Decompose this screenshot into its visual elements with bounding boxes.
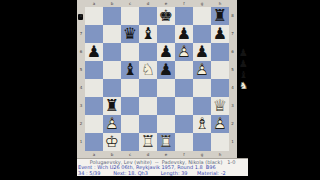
file-label-d: d bbox=[139, 0, 157, 7]
file-label-c: c bbox=[121, 151, 139, 158]
square-g8[interactable] bbox=[193, 7, 211, 25]
square-h5[interactable] bbox=[211, 61, 229, 79]
chess-board[interactable]: ♚♜♛♝♟♟♟♟♟♙♟♝♞♘♟♟♙♜♛♕♟♙♝♗♟♙♚♔♜♖♜♖ bbox=[85, 7, 229, 151]
square-a1[interactable] bbox=[85, 133, 103, 151]
square-c8[interactable] bbox=[121, 7, 139, 25]
square-a8[interactable] bbox=[85, 7, 103, 25]
square-c3[interactable] bbox=[121, 97, 139, 115]
square-c4[interactable] bbox=[121, 79, 139, 97]
black-pawn: ♟ bbox=[238, 58, 249, 69]
square-a3[interactable] bbox=[85, 97, 103, 115]
status-line: 34 : 5/39 Next: 18. Qh3 Length: 39 Mater… bbox=[77, 171, 248, 176]
rank-label-6: 6 bbox=[229, 43, 236, 61]
white-knight: ♞♘ bbox=[238, 80, 249, 91]
white-pawn: ♟♙ bbox=[193, 61, 211, 79]
file-label-f: f bbox=[175, 151, 193, 158]
square-b8[interactable] bbox=[103, 7, 121, 25]
file-label-g: g bbox=[193, 0, 211, 7]
square-c2[interactable] bbox=[121, 115, 139, 133]
white-rook: ♜♖ bbox=[139, 133, 157, 151]
file-label-c: c bbox=[121, 0, 139, 7]
file-labels-bottom: abcdefgh bbox=[85, 151, 229, 158]
black-pawn: ♟ bbox=[238, 47, 249, 58]
square-b5[interactable] bbox=[103, 61, 121, 79]
square-d4[interactable] bbox=[139, 79, 157, 97]
file-label-e: e bbox=[157, 151, 175, 158]
square-f1[interactable] bbox=[175, 133, 193, 151]
square-b3[interactable]: ♜ bbox=[103, 97, 121, 115]
square-b6[interactable] bbox=[103, 43, 121, 61]
square-e2[interactable] bbox=[157, 115, 175, 133]
square-e1[interactable]: ♜♖ bbox=[157, 133, 175, 151]
square-d8[interactable] bbox=[139, 7, 157, 25]
square-e7[interactable] bbox=[157, 25, 175, 43]
black-bishop: ♝ bbox=[139, 25, 157, 43]
square-g4[interactable] bbox=[193, 79, 211, 97]
file-label-b: b bbox=[103, 151, 121, 158]
white-pawn: ♟♙ bbox=[175, 43, 193, 61]
square-c5[interactable]: ♝ bbox=[121, 61, 139, 79]
rank-label-3: 3 bbox=[77, 97, 85, 115]
square-h8[interactable]: ♜ bbox=[211, 7, 229, 25]
rank-label-2: 2 bbox=[77, 115, 85, 133]
black-bishop: ♝ bbox=[121, 61, 139, 79]
file-label-g: g bbox=[193, 151, 211, 158]
square-f5[interactable] bbox=[175, 61, 193, 79]
rank-label-7: 7 bbox=[77, 25, 85, 43]
square-c7[interactable]: ♛ bbox=[121, 25, 139, 43]
square-e4[interactable] bbox=[157, 79, 175, 97]
square-g2[interactable]: ♝♗ bbox=[193, 115, 211, 133]
black-pawn: ♟ bbox=[85, 43, 103, 61]
square-f2[interactable] bbox=[175, 115, 193, 133]
square-d2[interactable] bbox=[139, 115, 157, 133]
black-bishop: ♝ bbox=[238, 69, 249, 80]
square-h7[interactable]: ♟ bbox=[211, 25, 229, 43]
square-h2[interactable]: ♟♙ bbox=[211, 115, 229, 133]
square-b7[interactable] bbox=[103, 25, 121, 43]
rank-label-8: 8 bbox=[229, 7, 236, 25]
board-frame: abcdefgh 87654321 ♚♜♛♝♟♟♟♟♟♙♟♝♞♘♟♟♙♜♛♕♟♙… bbox=[77, 0, 237, 158]
file-label-b: b bbox=[103, 0, 121, 7]
square-g6[interactable]: ♟ bbox=[193, 43, 211, 61]
square-d5[interactable]: ♞♘ bbox=[139, 61, 157, 79]
rank-label-4: 4 bbox=[77, 79, 85, 97]
square-f8[interactable] bbox=[175, 7, 193, 25]
square-e6[interactable]: ♟ bbox=[157, 43, 175, 61]
square-d7[interactable]: ♝ bbox=[139, 25, 157, 43]
square-d6[interactable] bbox=[139, 43, 157, 61]
black-pawn: ♟ bbox=[193, 43, 211, 61]
black-pawn: ♟ bbox=[157, 43, 175, 61]
square-f3[interactable] bbox=[175, 97, 193, 115]
rank-label-1: 1 bbox=[77, 133, 85, 151]
file-label-f: f bbox=[175, 0, 193, 7]
white-pawn: ♟♙ bbox=[211, 115, 229, 133]
file-labels-top: abcdefgh bbox=[85, 0, 229, 7]
rank-label-4: 4 bbox=[229, 79, 236, 97]
rank-label-6: 6 bbox=[77, 43, 85, 61]
square-c1[interactable] bbox=[121, 133, 139, 151]
square-e5[interactable]: ♟ bbox=[157, 61, 175, 79]
square-g1[interactable] bbox=[193, 133, 211, 151]
white-king: ♚♔ bbox=[103, 133, 121, 151]
square-g3[interactable] bbox=[193, 97, 211, 115]
white-pawn: ♟♙ bbox=[103, 115, 121, 133]
material-difference-tray: ♟♟♝♞♘ bbox=[238, 47, 249, 91]
rank-label-5: 5 bbox=[229, 61, 236, 79]
square-h3[interactable]: ♛♕ bbox=[211, 97, 229, 115]
square-b2[interactable]: ♟♙ bbox=[103, 115, 121, 133]
square-d1[interactable]: ♜♖ bbox=[139, 133, 157, 151]
file-label-h: h bbox=[211, 151, 229, 158]
rank-labels-left: 87654321 bbox=[77, 7, 85, 151]
square-h1[interactable] bbox=[211, 133, 229, 151]
square-a7[interactable] bbox=[85, 25, 103, 43]
black-queen: ♛ bbox=[121, 25, 139, 43]
square-a4[interactable] bbox=[85, 79, 103, 97]
square-a2[interactable] bbox=[85, 115, 103, 133]
black-king: ♚ bbox=[157, 7, 175, 25]
square-h6[interactable] bbox=[211, 43, 229, 61]
rank-label-7: 7 bbox=[229, 25, 236, 43]
rank-label-2: 2 bbox=[229, 115, 236, 133]
square-e3[interactable] bbox=[157, 97, 175, 115]
rank-labels-right: 87654321 bbox=[229, 7, 236, 151]
black-rook: ♜ bbox=[211, 7, 229, 25]
square-d3[interactable] bbox=[139, 97, 157, 115]
square-f7[interactable]: ♟ bbox=[175, 25, 193, 43]
black-rook: ♜ bbox=[103, 97, 121, 115]
square-h4[interactable] bbox=[211, 79, 229, 97]
white-queen: ♛♕ bbox=[211, 97, 229, 115]
square-g5[interactable]: ♟♙ bbox=[193, 61, 211, 79]
square-b4[interactable] bbox=[103, 79, 121, 97]
chess-app-screenshot: abcdefgh 87654321 ♚♜♛♝♟♟♟♟♟♙♟♝♞♘♟♟♙♜♛♕♟♙… bbox=[0, 0, 320, 180]
file-label-d: d bbox=[139, 151, 157, 158]
black-pawn: ♟ bbox=[157, 61, 175, 79]
file-label-a: a bbox=[85, 151, 103, 158]
white-knight: ♞♘ bbox=[139, 61, 157, 79]
black-pawn: ♟ bbox=[211, 25, 229, 43]
rank-label-8: 8 bbox=[77, 7, 85, 25]
square-f4[interactable] bbox=[175, 79, 193, 97]
black-pawn: ♟ bbox=[175, 25, 193, 43]
white-rook: ♜♖ bbox=[157, 133, 175, 151]
square-e8[interactable]: ♚ bbox=[157, 7, 175, 25]
square-a5[interactable] bbox=[85, 61, 103, 79]
file-label-a: a bbox=[85, 0, 103, 7]
rank-label-3: 3 bbox=[229, 97, 236, 115]
square-g7[interactable] bbox=[193, 25, 211, 43]
white-bishop: ♝♗ bbox=[193, 115, 211, 133]
square-a6[interactable]: ♟ bbox=[85, 43, 103, 61]
caption-panel: Polugaevsky, Lev (white) -- Padevsky, Ni… bbox=[77, 158, 248, 176]
square-f6[interactable]: ♟♙ bbox=[175, 43, 193, 61]
square-c6[interactable] bbox=[121, 43, 139, 61]
rank-label-1: 1 bbox=[229, 133, 236, 151]
square-b1[interactable]: ♚♔ bbox=[103, 133, 121, 151]
rank-label-5: 5 bbox=[77, 61, 85, 79]
